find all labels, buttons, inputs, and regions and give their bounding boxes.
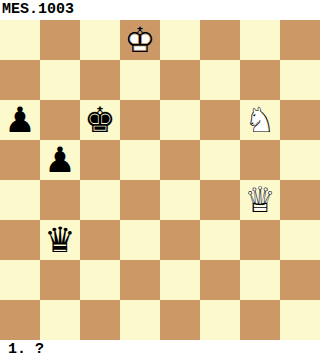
chess-diagram-page: MES.1003 ♚♔♟♚♞♘♟♛♕♛ 1. ? [0, 0, 320, 360]
square-g4[interactable]: ♛♕ [240, 180, 280, 220]
square-d6[interactable] [120, 100, 160, 140]
square-d1[interactable] [120, 300, 160, 340]
square-c3[interactable] [80, 220, 120, 260]
square-d3[interactable] [120, 220, 160, 260]
square-b3[interactable]: ♛ [40, 220, 80, 260]
black-pawn-glyph: ♟ [40, 140, 80, 180]
white-knight[interactable]: ♞♘ [240, 100, 280, 140]
square-e5[interactable] [160, 140, 200, 180]
square-a6[interactable]: ♟ [0, 100, 40, 140]
square-b5[interactable]: ♟ [40, 140, 80, 180]
square-g2[interactable] [240, 260, 280, 300]
square-e8[interactable] [160, 20, 200, 60]
square-d8[interactable]: ♚♔ [120, 20, 160, 60]
square-d7[interactable] [120, 60, 160, 100]
square-h2[interactable] [280, 260, 320, 300]
square-h6[interactable] [280, 100, 320, 140]
square-b6[interactable] [40, 100, 80, 140]
square-a5[interactable] [0, 140, 40, 180]
square-f2[interactable] [200, 260, 240, 300]
diagram-title: MES.1003 [0, 0, 320, 20]
square-e1[interactable] [160, 300, 200, 340]
square-d4[interactable] [120, 180, 160, 220]
square-c1[interactable] [80, 300, 120, 340]
square-g3[interactable] [240, 220, 280, 260]
black-pawn[interactable]: ♟ [0, 100, 40, 140]
square-c6[interactable]: ♚ [80, 100, 120, 140]
white-knight-outline: ♘ [240, 100, 280, 140]
white-king-outline: ♔ [120, 20, 160, 60]
square-f3[interactable] [200, 220, 240, 260]
square-h4[interactable] [280, 180, 320, 220]
white-queen[interactable]: ♛♕ [240, 180, 280, 220]
square-d5[interactable] [120, 140, 160, 180]
black-pawn-glyph: ♟ [0, 100, 40, 140]
square-b2[interactable] [40, 260, 80, 300]
black-king-glyph: ♚ [80, 100, 120, 140]
white-king[interactable]: ♚♔ [120, 20, 160, 60]
square-g8[interactable] [240, 20, 280, 60]
square-g5[interactable] [240, 140, 280, 180]
square-h8[interactable] [280, 20, 320, 60]
square-f4[interactable] [200, 180, 240, 220]
black-king[interactable]: ♚ [80, 100, 120, 140]
square-b7[interactable] [40, 60, 80, 100]
square-a7[interactable] [0, 60, 40, 100]
square-f7[interactable] [200, 60, 240, 100]
square-a3[interactable] [0, 220, 40, 260]
square-f6[interactable] [200, 100, 240, 140]
square-a1[interactable] [0, 300, 40, 340]
square-d2[interactable] [120, 260, 160, 300]
square-c8[interactable] [80, 20, 120, 60]
square-a4[interactable] [0, 180, 40, 220]
square-g1[interactable] [240, 300, 280, 340]
square-e2[interactable] [160, 260, 200, 300]
square-c4[interactable] [80, 180, 120, 220]
square-c2[interactable] [80, 260, 120, 300]
square-h3[interactable] [280, 220, 320, 260]
square-c5[interactable] [80, 140, 120, 180]
square-f8[interactable] [200, 20, 240, 60]
square-h5[interactable] [280, 140, 320, 180]
square-a8[interactable] [0, 20, 40, 60]
square-f1[interactable] [200, 300, 240, 340]
move-prompt: 1. ? [0, 340, 320, 360]
black-queen[interactable]: ♛ [40, 220, 80, 260]
square-g6[interactable]: ♞♘ [240, 100, 280, 140]
white-queen-outline: ♕ [240, 180, 280, 220]
square-h1[interactable] [280, 300, 320, 340]
square-e7[interactable] [160, 60, 200, 100]
square-g7[interactable] [240, 60, 280, 100]
chess-board: ♚♔♟♚♞♘♟♛♕♛ [0, 20, 320, 340]
square-e4[interactable] [160, 180, 200, 220]
square-c7[interactable] [80, 60, 120, 100]
square-a2[interactable] [0, 260, 40, 300]
square-h7[interactable] [280, 60, 320, 100]
black-queen-glyph: ♛ [40, 220, 80, 260]
black-pawn[interactable]: ♟ [40, 140, 80, 180]
square-e3[interactable] [160, 220, 200, 260]
square-b4[interactable] [40, 180, 80, 220]
square-e6[interactable] [160, 100, 200, 140]
square-f5[interactable] [200, 140, 240, 180]
square-b1[interactable] [40, 300, 80, 340]
square-b8[interactable] [40, 20, 80, 60]
